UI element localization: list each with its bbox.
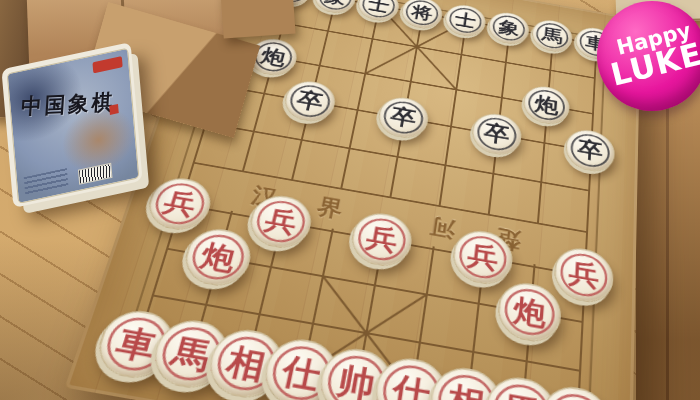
box-fine-print (24, 168, 69, 195)
piece-red-炮[interactable]: 炮 (496, 278, 563, 346)
piece-label: 卒 (577, 138, 603, 163)
piece-label: 士 (367, 0, 391, 15)
piece-label: 仕 (391, 372, 433, 400)
box-red-tag (92, 56, 122, 73)
piece-label: 士 (454, 11, 477, 30)
piece-black-将[interactable]: 将 (399, 0, 444, 31)
piece-label: 卒 (295, 89, 325, 114)
piece-black-象[interactable]: 象 (311, 0, 358, 16)
piece-label: 兵 (568, 259, 600, 291)
piece-label: 卒 (389, 105, 418, 130)
piece-red-兵[interactable]: 兵 (450, 227, 514, 289)
box-seal (109, 104, 119, 115)
piece-red-馬[interactable]: 馬 (483, 372, 559, 400)
piece-red-炮[interactable]: 炮 (179, 224, 256, 290)
piece-label: 将 (410, 3, 434, 22)
piece-black-卒[interactable]: 卒 (470, 110, 523, 158)
piece-black-卒[interactable]: 卒 (281, 78, 339, 125)
piece-label: 馬 (169, 333, 215, 374)
piece-label: 仕 (280, 353, 324, 394)
piece-red-兵[interactable]: 兵 (142, 174, 216, 234)
piece-black-象[interactable]: 象 (487, 10, 530, 47)
piece-label: 馬 (541, 26, 563, 45)
piece-label: 帅 (335, 362, 378, 400)
happyluke-logo: Happy LUKE (597, 1, 700, 111)
box-cover-art: 中国象棋 (7, 48, 140, 204)
piece-label: 兵 (262, 206, 299, 238)
xiangqi-product-box: 中国象棋 (1, 42, 142, 208)
piece-black-卒[interactable]: 卒 (565, 126, 616, 174)
piece-label: 炮 (259, 46, 288, 68)
piece-label: 相 (224, 343, 269, 384)
piece-red-兵[interactable]: 兵 (348, 209, 416, 270)
piece-label: 象 (323, 0, 347, 7)
piece-red-車[interactable]: 車 (539, 382, 613, 400)
piece-label: 相 (446, 381, 487, 400)
piece-label: 卒 (483, 121, 511, 146)
cardboard-box-small (220, 0, 295, 38)
piece-black-士[interactable]: 士 (355, 0, 401, 24)
piece-black-炮[interactable]: 炮 (522, 83, 571, 127)
piece-black-馬[interactable]: 馬 (531, 17, 573, 54)
piece-label: 炮 (534, 93, 559, 116)
piece-label: 兵 (364, 223, 399, 255)
piece-label: 炮 (512, 294, 547, 329)
piece-label: 象 (498, 18, 521, 37)
piece-black-士[interactable]: 士 (443, 2, 487, 39)
piece-label: 車 (113, 324, 160, 364)
box-barcode (78, 163, 113, 185)
scene: 汉 界 楚 河 車馬象士将士象馬車炮炮卒卒卒卒卒兵兵兵兵兵炮炮車馬相仕帅仕相馬車… (0, 0, 700, 400)
piece-red-兵[interactable]: 兵 (245, 191, 316, 252)
piece-red-兵[interactable]: 兵 (553, 244, 614, 306)
piece-label: 兵 (466, 241, 499, 273)
piece-label: 馬 (502, 391, 541, 400)
piece-black-卒[interactable]: 卒 (375, 94, 430, 142)
box-title: 中国象棋 (20, 88, 116, 121)
piece-label: 兵 (161, 188, 199, 219)
piece-label: 炮 (198, 240, 238, 274)
